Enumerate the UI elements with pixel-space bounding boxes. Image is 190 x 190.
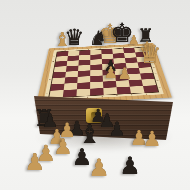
- piece-white-pawn: ♟: [25, 150, 46, 173]
- piece-black-queen: ♛: [64, 26, 84, 48]
- square-c1: [76, 89, 90, 97]
- chess-set-photo: ♝♛♞♚♚♟♜♟♛♟♟♟ ♜♟♟♟♟♟♝♟♟♟♟♟♟♟♟♟♟: [0, 0, 190, 190]
- brass-clasp: [86, 108, 102, 123]
- piece-black-pawn: ♟: [119, 155, 140, 179]
- square-e1: [103, 87, 117, 95]
- board-coordinate-border: [44, 46, 164, 101]
- square-a1: [49, 90, 63, 98]
- board-grid: [48, 47, 159, 98]
- square-b1: [63, 89, 77, 97]
- square-d1: [90, 88, 104, 96]
- chess-board: [36, 43, 172, 105]
- piece-black-king: ♚: [110, 20, 134, 46]
- brass-clasp-pin: [91, 112, 97, 119]
- square-f1: [117, 87, 131, 94]
- piece-white-king: ♚: [98, 21, 122, 47]
- square-h1: [143, 85, 158, 92]
- piece-white-pawn: ♟: [88, 156, 110, 180]
- piece-white-bishop: ♝: [54, 30, 71, 49]
